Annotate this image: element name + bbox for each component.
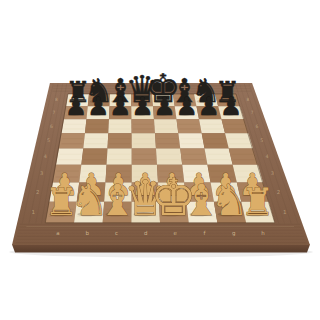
chess-board: abcdefgh1122334455667788♜♞♝♛♚♝♞♜♟♟♟♟♟♟♟♟… xyxy=(0,0,320,320)
rank-label-right-3: 3 xyxy=(271,170,274,176)
square-b6[interactable] xyxy=(85,119,109,133)
rank-label-right-5: 5 xyxy=(260,138,263,143)
rank-label-left-8: 8 xyxy=(55,97,58,102)
rank-label-left-1: 1 xyxy=(32,209,36,215)
file-label-g: g xyxy=(232,230,236,237)
chessboard-product-photo: abcdefgh1122334455667788♜♞♝♛♚♝♞♜♟♟♟♟♟♟♟♟… xyxy=(0,0,320,320)
square-b4[interactable] xyxy=(81,148,107,164)
file-label-b: b xyxy=(86,230,90,236)
board-front-edge xyxy=(12,245,310,253)
piece-black-pawn-a7[interactable]: ♟ xyxy=(65,92,88,121)
file-label-a: a xyxy=(56,230,59,236)
rank-label-left-3: 3 xyxy=(40,170,43,176)
square-f5[interactable] xyxy=(178,133,204,148)
square-e5[interactable] xyxy=(155,133,180,148)
square-b5[interactable] xyxy=(83,133,108,148)
rank-label-right-7: 7 xyxy=(251,110,254,115)
piece-black-pawn-g7[interactable]: ♟ xyxy=(198,92,221,121)
rank-label-left-4: 4 xyxy=(44,153,47,159)
piece-black-pawn-e7[interactable]: ♟ xyxy=(153,92,176,121)
rank-label-right-6: 6 xyxy=(255,124,258,129)
rank-label-left-6: 6 xyxy=(50,124,53,129)
rank-label-right-4: 4 xyxy=(265,153,268,159)
square-g6[interactable] xyxy=(199,119,225,133)
square-f4[interactable] xyxy=(180,148,207,164)
rank-label-left-2: 2 xyxy=(36,189,39,195)
file-label-c: c xyxy=(115,230,118,236)
square-a6[interactable] xyxy=(62,119,87,133)
rank-label-right-1: 1 xyxy=(283,209,287,215)
piece-black-pawn-c7[interactable]: ♟ xyxy=(109,92,132,121)
square-c6[interactable] xyxy=(108,119,131,133)
file-label-e: e xyxy=(173,230,177,236)
square-c5[interactable] xyxy=(108,133,132,148)
piece-black-pawn-d7[interactable]: ♟ xyxy=(131,92,154,121)
piece-white-rook-h1[interactable]: ♜ xyxy=(241,180,275,224)
square-f6[interactable] xyxy=(177,119,202,133)
square-e6[interactable] xyxy=(154,119,178,133)
square-c4[interactable] xyxy=(107,148,132,164)
square-a4[interactable] xyxy=(56,148,83,164)
square-g5[interactable] xyxy=(202,133,229,148)
square-d6[interactable] xyxy=(131,119,155,133)
rank-label-left-7: 7 xyxy=(53,110,56,115)
square-a5[interactable] xyxy=(59,133,85,148)
rank-label-right-8: 8 xyxy=(247,97,250,102)
rank-label-left-5: 5 xyxy=(47,138,50,143)
rank-label-right-2: 2 xyxy=(277,189,280,195)
piece-black-pawn-h7[interactable]: ♟ xyxy=(220,92,243,121)
file-label-d: d xyxy=(144,230,148,236)
square-e4[interactable] xyxy=(156,148,182,164)
piece-black-pawn-f7[interactable]: ♟ xyxy=(175,92,198,121)
piece-black-pawn-b7[interactable]: ♟ xyxy=(87,92,110,121)
square-d4[interactable] xyxy=(132,148,157,164)
square-d5[interactable] xyxy=(132,133,156,148)
file-label-h: h xyxy=(261,230,265,236)
square-g4[interactable] xyxy=(205,148,233,164)
